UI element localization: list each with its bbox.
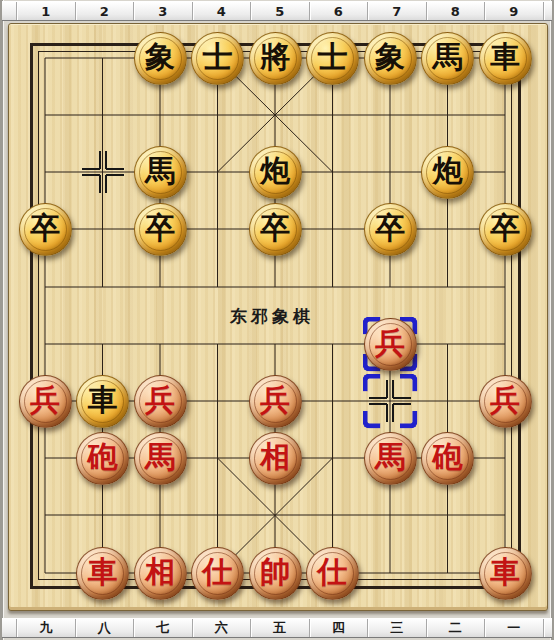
piece-black-soldier[interactable]: 卒 <box>134 203 187 256</box>
piece-glyph: 車 <box>88 557 118 587</box>
piece-red-soldier[interactable]: 兵 <box>364 318 417 371</box>
piece-red-cannon[interactable]: 砲 <box>421 432 474 485</box>
piece-black-soldier[interactable]: 卒 <box>249 203 302 256</box>
piece-black-horse[interactable]: 馬 <box>134 146 187 199</box>
piece-glyph: 仕 <box>318 557 348 587</box>
piece-black-horse[interactable]: 馬 <box>421 32 474 85</box>
piece-black-cannon[interactable]: 炮 <box>249 146 302 199</box>
piece-black-elephant[interactable]: 象 <box>364 32 417 85</box>
piece-black-cannon[interactable]: 炮 <box>421 146 474 199</box>
piece-black-soldier[interactable]: 卒 <box>19 203 72 256</box>
file-bottom-label-3: 七 <box>134 619 193 637</box>
piece-glyph: 卒 <box>490 213 520 243</box>
piece-glyph: 卒 <box>375 213 405 243</box>
piece-glyph: 相 <box>260 442 290 472</box>
piece-glyph: 士 <box>318 42 348 72</box>
piece-red-general[interactable]: 帥 <box>249 547 302 600</box>
piece-glyph: 砲 <box>433 442 463 472</box>
piece-glyph: 卒 <box>30 213 60 243</box>
piece-glyph: 象 <box>375 42 405 72</box>
piece-glyph: 馬 <box>145 442 175 472</box>
piece-red-soldier[interactable]: 兵 <box>479 375 532 428</box>
piece-black-elephant[interactable]: 象 <box>134 32 187 85</box>
piece-black-advisor[interactable]: 士 <box>306 32 359 85</box>
piece-red-soldier[interactable]: 兵 <box>19 375 72 428</box>
river-watermark: 东邪象棋 <box>230 305 314 328</box>
piece-red-chariot[interactable]: 車 <box>479 547 532 600</box>
file-bottom-label-4: 六 <box>193 619 252 637</box>
piece-glyph: 車 <box>490 42 520 72</box>
piece-glyph: 兵 <box>260 385 290 415</box>
piece-glyph: 砲 <box>88 442 118 472</box>
piece-red-elephant[interactable]: 相 <box>134 547 187 600</box>
file-bottom-label-2: 八 <box>76 619 135 637</box>
piece-glyph: 兵 <box>30 385 60 415</box>
piece-glyph: 象 <box>145 42 175 72</box>
file-bottom-label-5: 五 <box>251 619 310 637</box>
piece-glyph: 將 <box>260 42 290 72</box>
piece-red-soldier[interactable]: 兵 <box>249 375 302 428</box>
piece-glyph: 車 <box>490 557 520 587</box>
piece-red-horse[interactable]: 馬 <box>134 432 187 485</box>
file-ruler-bottom: 九八七六五四三二一 <box>2 618 552 638</box>
piece-glyph: 炮 <box>433 156 463 186</box>
last-move-bracket-marker <box>363 374 418 429</box>
piece-black-chariot[interactable]: 車 <box>76 375 129 428</box>
last-move-cross-marker <box>81 150 125 194</box>
piece-glyph: 帥 <box>260 557 290 587</box>
file-bottom-label-6: 四 <box>310 619 369 637</box>
piece-black-advisor[interactable]: 士 <box>191 32 244 85</box>
piece-glyph: 相 <box>145 557 175 587</box>
file-bottom-label-7: 三 <box>368 619 427 637</box>
piece-red-soldier[interactable]: 兵 <box>134 375 187 428</box>
piece-glyph: 馬 <box>433 42 463 72</box>
piece-glyph: 卒 <box>145 213 175 243</box>
file-bottom-label-9: 一 <box>485 619 544 637</box>
piece-glyph: 士 <box>203 42 233 72</box>
piece-glyph: 卒 <box>260 213 290 243</box>
piece-red-advisor[interactable]: 仕 <box>191 547 244 600</box>
piece-red-horse[interactable]: 馬 <box>364 432 417 485</box>
file-bottom-label-1: 九 <box>17 619 76 637</box>
piece-red-elephant[interactable]: 相 <box>249 432 302 485</box>
piece-black-soldier[interactable]: 卒 <box>364 203 417 256</box>
piece-red-cannon[interactable]: 砲 <box>76 432 129 485</box>
piece-glyph: 車 <box>88 385 118 415</box>
piece-glyph: 炮 <box>260 156 290 186</box>
piece-glyph: 兵 <box>490 385 520 415</box>
piece-glyph: 兵 <box>145 385 175 415</box>
piece-glyph: 馬 <box>375 442 405 472</box>
piece-red-advisor[interactable]: 仕 <box>306 547 359 600</box>
piece-glyph: 馬 <box>145 156 175 186</box>
piece-black-soldier[interactable]: 卒 <box>479 203 532 256</box>
file-bottom-label-8: 二 <box>427 619 486 637</box>
piece-black-chariot[interactable]: 車 <box>479 32 532 85</box>
piece-red-chariot[interactable]: 車 <box>76 547 129 600</box>
piece-glyph: 仕 <box>203 557 233 587</box>
piece-glyph: 兵 <box>375 328 405 358</box>
piece-black-general[interactable]: 將 <box>249 32 302 85</box>
